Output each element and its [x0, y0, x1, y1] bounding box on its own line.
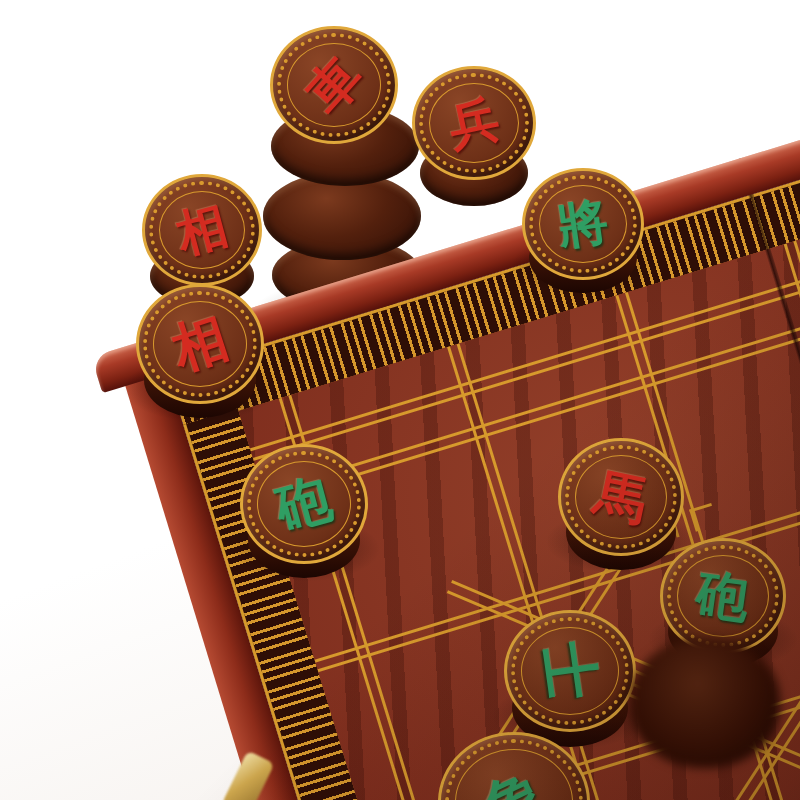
piece-character: 馬 — [590, 466, 652, 528]
piece-face: 將 — [522, 168, 644, 280]
piece-red-elephant-offboard[interactable]: 相 — [142, 174, 262, 286]
piece-green-cannon-left[interactable]: 砲 — [240, 444, 368, 564]
piece-character: 士 — [537, 638, 603, 704]
piece-face: 砲 — [660, 538, 786, 654]
piece-character: 象 — [474, 762, 554, 800]
piece-character: 兵 — [444, 93, 503, 152]
piece-character: 將 — [555, 196, 611, 252]
piece-green-elephant-partial[interactable]: 象 — [438, 732, 590, 800]
piece-character: 相 — [171, 199, 232, 260]
piece-character: 相 — [166, 310, 234, 378]
piece-character: 砲 — [271, 471, 337, 537]
piece-red-elephant-onboard[interactable]: 相 — [136, 284, 264, 404]
piece-face: 相 — [136, 284, 264, 404]
photo-stage: 車 兵 相 — [0, 0, 800, 800]
piece-green-general[interactable]: 將 — [522, 168, 644, 280]
piece-face: 車 — [270, 26, 398, 144]
piece-green-cannon-right[interactable]: 砲 — [660, 538, 786, 654]
piece-red-chariot[interactable]: 車 — [270, 26, 398, 144]
piece-face: 象 — [438, 732, 590, 800]
piece-face: 士 — [504, 610, 636, 732]
piece-green-advisor[interactable]: 士 — [504, 610, 636, 732]
piece-face: 兵 — [412, 66, 536, 180]
piece-character: 砲 — [694, 567, 753, 626]
point-marker — [689, 503, 718, 532]
piece-character: 車 — [297, 48, 370, 121]
piece-red-soldier[interactable]: 兵 — [412, 66, 536, 180]
piece-blurred-sideways[interactable] — [630, 638, 780, 768]
piece-face: 相 — [142, 174, 262, 286]
piece-face: 砲 — [240, 444, 368, 564]
